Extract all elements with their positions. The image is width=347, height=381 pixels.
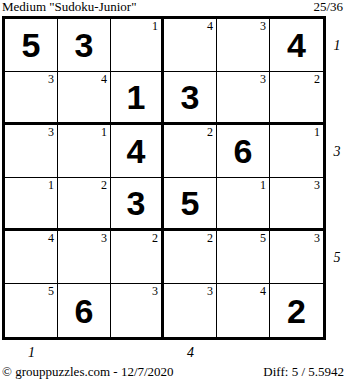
given-digit: 5 [164, 178, 216, 228]
cell-r3c2[interactable]: 1 [58, 125, 111, 178]
corner-mark: 1 [260, 178, 266, 192]
cell-r5c1[interactable]: 4 [5, 231, 58, 284]
given-digit: 4 [270, 19, 323, 71]
corner-mark: 1 [152, 19, 158, 33]
cell-r2c5[interactable]: 3 [217, 72, 270, 125]
given-digit: 3 [111, 178, 161, 228]
cell-r6c2[interactable]: 6 [58, 284, 111, 337]
corner-mark: 2 [314, 72, 320, 86]
corner-mark: 3 [314, 231, 320, 245]
cell-r3c1[interactable]: 3 [5, 125, 58, 178]
corner-mark: 2 [207, 125, 213, 139]
col-label-1: 1 [5, 345, 58, 362]
cell-r2c3[interactable]: 1 [111, 72, 164, 125]
puzzle-title: Medium "Sudoku-Junior" [2, 0, 136, 15]
given-digit: 5 [5, 19, 57, 71]
cell-r4c3[interactable]: 3 [111, 178, 164, 231]
corner-mark: 3 [101, 231, 107, 245]
given-digit: 3 [164, 72, 216, 122]
corner-mark: 2 [152, 231, 158, 245]
cell-r2c6[interactable]: 2 [270, 72, 323, 125]
corner-mark: 1 [48, 178, 54, 192]
cell-r3c4[interactable]: 2 [164, 125, 217, 178]
given-digit: 6 [58, 284, 110, 337]
cell-r5c3[interactable]: 2 [111, 231, 164, 284]
cell-r6c5[interactable]: 4 [217, 284, 270, 337]
corner-mark: 3 [314, 178, 320, 192]
cell-r1c2[interactable]: 3 [58, 19, 111, 72]
copyright-text: © grouppuzzles.com - 12/7/2020 [2, 364, 174, 380]
cell-r2c2[interactable]: 4 [58, 72, 111, 125]
cell-r4c4[interactable]: 5 [164, 178, 217, 231]
corner-mark: 3 [260, 19, 266, 33]
cell-r1c1[interactable]: 5 [5, 19, 58, 72]
corner-mark: 4 [207, 19, 213, 33]
corner-mark: 3 [152, 284, 158, 298]
cell-r4c2[interactable]: 2 [58, 178, 111, 231]
cell-r5c4[interactable]: 2 [164, 231, 217, 284]
corner-mark: 4 [260, 284, 266, 298]
given-digit: 1 [111, 72, 161, 122]
difficulty-text: Diff: 5 / 5.5942 [263, 364, 344, 380]
corner-mark: 2 [207, 231, 213, 245]
cell-r3c5[interactable]: 6 [217, 125, 270, 178]
corner-mark: 4 [101, 72, 107, 86]
sudoku-grid: 531434341332314261123513432253563342 [2, 16, 326, 340]
cell-r3c3[interactable]: 4 [111, 125, 164, 178]
row-label-5: 5 [330, 231, 344, 284]
cell-r4c1[interactable]: 1 [5, 178, 58, 231]
cell-r2c4[interactable]: 3 [164, 72, 217, 125]
corner-mark: 3 [207, 284, 213, 298]
row-label-3: 3 [330, 125, 344, 178]
cell-r6c6[interactable]: 2 [270, 284, 323, 337]
given-digit: 3 [58, 19, 110, 71]
corner-mark: 4 [48, 231, 54, 245]
cell-r4c6[interactable]: 3 [270, 178, 323, 231]
cell-r5c5[interactable]: 5 [217, 231, 270, 284]
cell-r2c1[interactable]: 3 [5, 72, 58, 125]
corner-mark: 5 [260, 231, 266, 245]
cell-r6c3[interactable]: 3 [111, 284, 164, 337]
given-digit: 4 [111, 125, 161, 177]
given-digit: 6 [217, 125, 269, 177]
col-label-4: 4 [164, 345, 217, 362]
cell-r3c6[interactable]: 1 [270, 125, 323, 178]
cell-r6c4[interactable]: 3 [164, 284, 217, 337]
corner-mark: 2 [101, 178, 107, 192]
given-digit: 2 [270, 284, 323, 337]
cell-r5c6[interactable]: 3 [270, 231, 323, 284]
cell-r1c6[interactable]: 4 [270, 19, 323, 72]
cell-r1c3[interactable]: 1 [111, 19, 164, 72]
corner-mark: 1 [314, 125, 320, 139]
corner-mark: 1 [101, 125, 107, 139]
cell-r1c4[interactable]: 4 [164, 19, 217, 72]
corner-mark: 3 [48, 72, 54, 86]
puzzle-counter: 25/36 [313, 0, 343, 15]
corner-mark: 3 [260, 72, 266, 86]
corner-mark: 5 [48, 284, 54, 298]
cell-r1c5[interactable]: 3 [217, 19, 270, 72]
row-label-1: 1 [330, 19, 344, 72]
cell-r4c5[interactable]: 1 [217, 178, 270, 231]
corner-mark: 3 [48, 125, 54, 139]
cell-r5c2[interactable]: 3 [58, 231, 111, 284]
cell-r6c1[interactable]: 5 [5, 284, 58, 337]
